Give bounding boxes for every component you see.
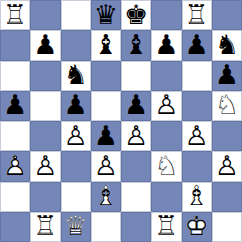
square-e8[interactable]: ♚	[121, 0, 151, 30]
white-knight: ♞♘	[151, 151, 181, 181]
white-pawn: ♟♙	[182, 121, 212, 151]
square-h8[interactable]	[212, 0, 242, 30]
white-pawn: ♟♙	[91, 151, 121, 181]
square-c1[interactable]: ♛♕	[61, 212, 91, 242]
square-a5[interactable]: ♟	[0, 91, 30, 121]
square-a7[interactable]	[0, 30, 30, 60]
black-pawn: ♟	[0, 91, 30, 121]
square-f6[interactable]	[151, 61, 181, 91]
square-d4[interactable]: ♟	[91, 121, 121, 151]
black-king: ♚	[121, 0, 151, 30]
square-b8[interactable]	[30, 0, 60, 30]
white-knight: ♞♘	[212, 91, 242, 121]
square-c2[interactable]	[61, 182, 91, 212]
black-pawn: ♟	[151, 30, 181, 60]
white-rook: ♜♖	[182, 0, 212, 30]
square-h3[interactable]: ♟♙	[212, 151, 242, 181]
square-b3[interactable]: ♟♙	[30, 151, 60, 181]
square-e5[interactable]: ♟	[121, 91, 151, 121]
square-h5[interactable]: ♞♘	[212, 91, 242, 121]
square-c3[interactable]	[61, 151, 91, 181]
square-a6[interactable]	[0, 61, 30, 91]
black-bishop: ♝	[91, 30, 121, 60]
black-pawn: ♟	[61, 91, 91, 121]
square-c6[interactable]: ♞	[61, 61, 91, 91]
white-pawn: ♟♙	[212, 151, 242, 181]
square-b2[interactable]	[30, 182, 60, 212]
square-a1[interactable]	[0, 212, 30, 242]
square-g2[interactable]: ♝♗	[182, 182, 212, 212]
square-g3[interactable]	[182, 151, 212, 181]
black-knight: ♞	[61, 61, 91, 91]
square-f1[interactable]: ♜♖	[151, 212, 181, 242]
square-e2[interactable]	[121, 182, 151, 212]
square-f7[interactable]: ♟	[151, 30, 181, 60]
square-a8[interactable]: ♜♖	[0, 0, 30, 30]
square-c7[interactable]	[61, 30, 91, 60]
square-h6[interactable]: ♟	[212, 61, 242, 91]
square-h7[interactable]: ♞	[212, 30, 242, 60]
square-c4[interactable]: ♟♙	[61, 121, 91, 151]
square-g4[interactable]: ♟♙	[182, 121, 212, 151]
square-g1[interactable]: ♚♔	[182, 212, 212, 242]
square-f8[interactable]	[151, 0, 181, 30]
square-d8[interactable]: ♛	[91, 0, 121, 30]
square-f4[interactable]	[151, 121, 181, 151]
square-c5[interactable]: ♟	[61, 91, 91, 121]
square-e4[interactable]: ♟♙	[121, 121, 151, 151]
square-g5[interactable]	[182, 91, 212, 121]
black-knight: ♞	[212, 30, 242, 60]
square-g6[interactable]	[182, 61, 212, 91]
square-e7[interactable]: ♝	[121, 30, 151, 60]
square-a3[interactable]: ♟♙	[0, 151, 30, 181]
white-pawn: ♟♙	[30, 151, 60, 181]
square-c8[interactable]	[61, 0, 91, 30]
square-g7[interactable]: ♟	[182, 30, 212, 60]
square-b4[interactable]	[30, 121, 60, 151]
white-rook: ♜♖	[151, 212, 181, 242]
square-e6[interactable]	[121, 61, 151, 91]
square-h1[interactable]	[212, 212, 242, 242]
square-d1[interactable]	[91, 212, 121, 242]
square-h2[interactable]	[212, 182, 242, 212]
square-f3[interactable]: ♞♘	[151, 151, 181, 181]
square-b1[interactable]: ♜♖	[30, 212, 60, 242]
black-pawn: ♟	[30, 30, 60, 60]
white-pawn: ♟♙	[151, 91, 181, 121]
white-rook: ♜♖	[30, 212, 60, 242]
white-bishop: ♝♗	[91, 182, 121, 212]
square-b6[interactable]	[30, 61, 60, 91]
square-d2[interactable]: ♝♗	[91, 182, 121, 212]
square-d5[interactable]	[91, 91, 121, 121]
white-rook: ♜♖	[0, 0, 30, 30]
square-d7[interactable]: ♝	[91, 30, 121, 60]
square-b7[interactable]: ♟	[30, 30, 60, 60]
black-pawn: ♟	[182, 30, 212, 60]
black-pawn: ♟	[212, 61, 242, 91]
square-f2[interactable]	[151, 182, 181, 212]
white-queen: ♛♕	[61, 212, 91, 242]
square-d3[interactable]: ♟♙	[91, 151, 121, 181]
square-a4[interactable]	[0, 121, 30, 151]
white-pawn: ♟♙	[121, 121, 151, 151]
white-king: ♚♔	[182, 212, 212, 242]
square-d6[interactable]	[91, 61, 121, 91]
black-pawn: ♟	[121, 91, 151, 121]
black-queen: ♛	[91, 0, 121, 30]
chess-board: ♜♖♛♚♜♖♟♝♝♟♟♞♞♟♟♟♟♟♙♞♘♟♙♟♟♙♟♙♟♙♟♙♟♙♞♘♟♙♝♗…	[0, 0, 242, 242]
square-g8[interactable]: ♜♖	[182, 0, 212, 30]
white-pawn: ♟♙	[0, 151, 30, 181]
white-pawn: ♟♙	[61, 121, 91, 151]
square-e1[interactable]	[121, 212, 151, 242]
square-h4[interactable]	[212, 121, 242, 151]
square-b5[interactable]	[30, 91, 60, 121]
black-pawn: ♟	[91, 121, 121, 151]
white-bishop: ♝♗	[182, 182, 212, 212]
black-bishop: ♝	[121, 30, 151, 60]
square-f5[interactable]: ♟♙	[151, 91, 181, 121]
square-e3[interactable]	[121, 151, 151, 181]
square-a2[interactable]	[0, 182, 30, 212]
